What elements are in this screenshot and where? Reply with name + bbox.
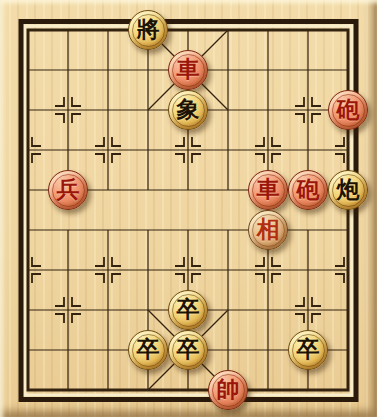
piece-glyph: 兵 <box>57 178 80 201</box>
xiangqi-board: 將車象砲兵車砲炮相卒卒卒卒帥 <box>0 0 377 417</box>
piece-black-general-d0[interactable]: 將 <box>128 10 168 50</box>
piece-black-soldier-d8[interactable]: 卒 <box>128 330 168 370</box>
piece-glyph: 卒 <box>177 338 200 361</box>
piece-glyph: 將 <box>137 18 160 41</box>
piece-glyph: 車 <box>177 58 200 81</box>
piece-black-cannon-i4[interactable]: 炮 <box>328 170 368 210</box>
piece-glyph: 帥 <box>217 378 240 401</box>
piece-glyph: 象 <box>177 98 200 121</box>
piece-layer: 將車象砲兵車砲炮相卒卒卒卒帥 <box>8 10 368 410</box>
piece-red-chariot-g4[interactable]: 車 <box>248 170 288 210</box>
piece-glyph: 卒 <box>137 338 160 361</box>
piece-glyph: 車 <box>257 178 280 201</box>
piece-black-soldier-e7[interactable]: 卒 <box>168 290 208 330</box>
piece-glyph: 卒 <box>297 338 320 361</box>
piece-black-soldier-e8[interactable]: 卒 <box>168 330 208 370</box>
piece-black-soldier-h8[interactable]: 卒 <box>288 330 328 370</box>
piece-glyph: 砲 <box>297 178 320 201</box>
piece-red-cannon-h4[interactable]: 砲 <box>288 170 328 210</box>
piece-glyph: 卒 <box>177 298 200 321</box>
piece-red-general-f9[interactable]: 帥 <box>208 370 248 410</box>
piece-glyph: 相 <box>257 218 280 241</box>
piece-black-elephant-e2[interactable]: 象 <box>168 90 208 130</box>
piece-glyph: 炮 <box>337 178 360 201</box>
piece-glyph: 砲 <box>337 98 360 121</box>
piece-red-cannon-i2[interactable]: 砲 <box>328 90 368 130</box>
piece-red-soldier-b4[interactable]: 兵 <box>48 170 88 210</box>
piece-red-elephant-g5[interactable]: 相 <box>248 210 288 250</box>
piece-red-chariot-e1[interactable]: 車 <box>168 50 208 90</box>
